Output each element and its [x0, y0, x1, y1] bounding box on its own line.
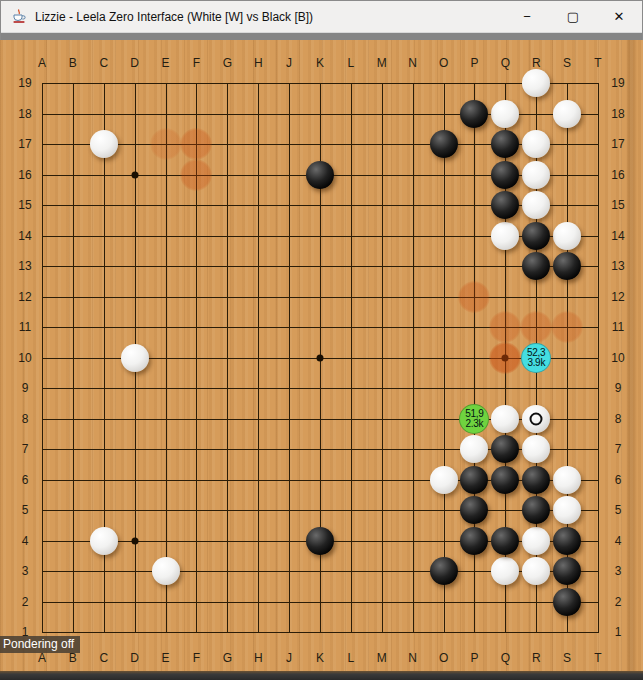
coordinate-label: 18 [611, 107, 624, 121]
black-stone [553, 588, 581, 616]
black-stone [522, 222, 550, 250]
white-stone [522, 405, 550, 433]
coordinate-label: D [130, 56, 139, 70]
coordinate-label: 16 [18, 168, 31, 182]
coordinate-label: M [377, 651, 387, 665]
black-stone [522, 252, 550, 280]
maximize-button[interactable]: ▢ [550, 1, 596, 32]
white-stone [430, 466, 458, 494]
coordinate-label: 5 [22, 503, 29, 517]
visits-value: 2.3k [466, 419, 484, 429]
black-stone [491, 161, 519, 189]
grid-line-horizontal [42, 266, 599, 267]
window-inner-border [1, 33, 642, 40]
coordinate-label: C [99, 56, 108, 70]
coordinate-label: 19 [18, 76, 31, 90]
coordinate-label: 2 [22, 595, 29, 609]
white-stone [522, 69, 550, 97]
best-move-badge[interactable]: 52,33.9k [521, 343, 551, 373]
lizzie-window: Lizzie - Leela Zero Interface (White [W]… [0, 0, 643, 680]
black-stone [553, 557, 581, 585]
white-stone [522, 161, 550, 189]
black-stone [460, 496, 488, 524]
coordinate-label: 10 [18, 351, 31, 365]
last-move-marker [530, 412, 543, 425]
coordinate-label: A [38, 56, 46, 70]
coordinate-label: A [38, 651, 46, 665]
coordinate-label: K [316, 56, 324, 70]
white-stone [90, 130, 118, 158]
title-bar[interactable]: Lizzie - Leela Zero Interface (White [W]… [1, 1, 642, 33]
window-title: Lizzie - Leela Zero Interface (White [W]… [35, 10, 313, 24]
coordinate-label: 15 [18, 198, 31, 212]
coordinate-label: T [594, 56, 601, 70]
coordinate-label: J [286, 651, 292, 665]
candidate-move-badge[interactable]: 51,92.3k [459, 404, 489, 434]
coordinate-label: D [130, 651, 139, 665]
white-stone [522, 527, 550, 555]
coordinate-label: 12 [611, 290, 624, 304]
heatmap-circle [489, 311, 521, 343]
go-board[interactable]: AABBCCDDEEFFGGHHJJKKLLMMNNOOPPQQRRSSTT19… [0, 40, 643, 671]
black-stone [522, 496, 550, 524]
black-stone [553, 527, 581, 555]
white-stone [460, 435, 488, 463]
coordinate-label: 13 [611, 259, 624, 273]
coordinate-label: N [408, 56, 417, 70]
java-app-icon [10, 8, 27, 25]
coordinate-label: 3 [22, 564, 29, 578]
black-stone [522, 466, 550, 494]
black-stone [491, 435, 519, 463]
heatmap-circle [520, 311, 552, 343]
window-controls: − ▢ ✕ [504, 1, 642, 32]
star-point [317, 354, 324, 361]
black-stone [306, 527, 334, 555]
white-stone [553, 100, 581, 128]
white-stone [90, 527, 118, 555]
coordinate-label: 10 [611, 351, 624, 365]
coordinate-label: L [348, 651, 355, 665]
black-stone [491, 527, 519, 555]
coordinate-label: M [377, 56, 387, 70]
coordinate-label: 8 [615, 412, 622, 426]
black-stone [491, 191, 519, 219]
white-stone [553, 496, 581, 524]
coordinate-label: H [254, 56, 263, 70]
coordinate-label: B [69, 651, 77, 665]
coordinate-label: 5 [615, 503, 622, 517]
white-stone [522, 191, 550, 219]
coordinate-label: E [162, 56, 170, 70]
white-stone [522, 557, 550, 585]
coordinate-label: K [316, 651, 324, 665]
white-stone [491, 222, 519, 250]
heatmap-circle [458, 281, 490, 313]
coordinate-label: 13 [18, 259, 31, 273]
coordinate-label: Q [501, 651, 510, 665]
coordinate-label: 17 [611, 137, 624, 151]
coordinate-label: 18 [18, 107, 31, 121]
white-stone [121, 344, 149, 372]
coordinate-label: 3 [615, 564, 622, 578]
black-stone [491, 466, 519, 494]
coordinate-label: F [193, 56, 200, 70]
white-stone [553, 466, 581, 494]
coordinate-label: Q [501, 56, 510, 70]
white-stone [522, 130, 550, 158]
coordinate-label: 9 [615, 381, 622, 395]
coordinate-label: 11 [19, 320, 31, 334]
grid-line-horizontal [42, 510, 599, 511]
white-stone [553, 222, 581, 250]
coordinate-label: S [563, 651, 571, 665]
white-stone [522, 435, 550, 463]
black-stone [306, 161, 334, 189]
coordinate-label: 7 [22, 442, 29, 456]
coordinate-label: S [563, 56, 571, 70]
visits-value: 3.9k [527, 358, 545, 368]
coordinate-label: L [348, 56, 355, 70]
coordinate-label: F [193, 651, 200, 665]
coordinate-label: G [223, 56, 232, 70]
coordinate-label: C [99, 651, 108, 665]
coordinate-label: 6 [615, 473, 622, 487]
coordinate-label: 1 [615, 625, 622, 639]
black-stone [430, 130, 458, 158]
white-stone [491, 557, 519, 585]
black-stone [460, 527, 488, 555]
black-stone [430, 557, 458, 585]
coordinate-label: 14 [611, 229, 624, 243]
minimize-button[interactable]: − [504, 1, 550, 32]
coordinate-label: B [69, 56, 77, 70]
pondering-status: Pondering off [0, 636, 80, 653]
coordinate-label: 17 [18, 137, 31, 151]
coordinate-label: T [594, 651, 601, 665]
coordinate-label: 11 [612, 320, 624, 334]
white-stone [491, 405, 519, 433]
coordinate-label: 6 [22, 473, 29, 487]
coordinate-label: H [254, 651, 263, 665]
coordinate-label: O [439, 651, 448, 665]
grid-line-horizontal [42, 297, 599, 298]
coordinate-label: 2 [615, 595, 622, 609]
heatmap-circle [489, 342, 521, 374]
grid-line-horizontal [42, 602, 599, 603]
coordinate-label: O [439, 56, 448, 70]
white-stone [152, 557, 180, 585]
black-stone [460, 100, 488, 128]
black-stone [460, 466, 488, 494]
coordinate-label: 7 [615, 442, 622, 456]
coordinate-label: P [470, 56, 478, 70]
black-stone [553, 252, 581, 280]
star-point [131, 171, 138, 178]
grid-line-horizontal [42, 388, 599, 389]
star-point [131, 537, 138, 544]
heatmap-circle [551, 311, 583, 343]
heatmap-circle [150, 128, 182, 160]
coordinate-label: G [223, 651, 232, 665]
coordinate-label: 4 [22, 534, 29, 548]
coordinate-label: N [408, 651, 417, 665]
coordinate-label: 4 [615, 534, 622, 548]
coordinate-label: 14 [18, 229, 31, 243]
grid-line-horizontal [42, 632, 599, 633]
coordinate-label: R [532, 651, 541, 665]
coordinate-label: R [532, 56, 541, 70]
window-bottom-edge [0, 671, 643, 680]
white-stone [491, 100, 519, 128]
coordinate-label: 16 [611, 168, 624, 182]
grid-line-horizontal [42, 83, 599, 84]
heatmap-circle [180, 159, 212, 191]
coordinate-label: 12 [18, 290, 31, 304]
close-button[interactable]: ✕ [596, 1, 642, 32]
coordinate-label: P [470, 651, 478, 665]
coordinate-label: E [162, 651, 170, 665]
heatmap-circle [180, 128, 212, 160]
coordinate-label: 8 [22, 412, 29, 426]
coordinate-label: 19 [611, 76, 624, 90]
coordinate-label: J [286, 56, 292, 70]
coordinate-label: 15 [611, 198, 624, 212]
coordinate-label: 9 [22, 381, 29, 395]
black-stone [491, 130, 519, 158]
